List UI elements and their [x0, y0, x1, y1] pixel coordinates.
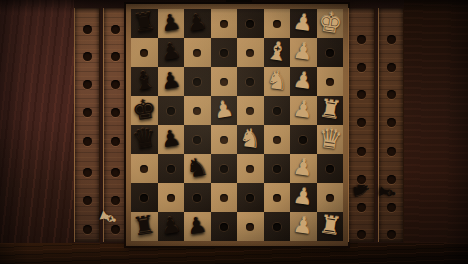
rail-strip: [74, 8, 100, 242]
square-r6-c2[interactable]: [158, 154, 185, 183]
rail-peg-hole: [357, 90, 366, 99]
peg-hole: [193, 194, 201, 202]
square-r5-c2[interactable]: ♟: [158, 125, 185, 154]
rail-peg-hole: [111, 25, 120, 34]
square-r7-c1[interactable]: [131, 183, 158, 212]
peg-hole: [220, 194, 228, 202]
rail-peg-hole: [83, 196, 92, 205]
square-r8-c8[interactable]: ♜: [317, 212, 344, 241]
square-r7-c8[interactable]: [317, 183, 344, 212]
peg-hole: [326, 165, 334, 173]
square-r5-c4[interactable]: [211, 125, 238, 154]
rail-strip: [348, 8, 375, 242]
rail-peg-hole: [83, 80, 92, 89]
peg-hole: [220, 165, 228, 173]
rail-peg-hole: [357, 147, 366, 156]
square-r2-c2[interactable]: ♟: [158, 38, 185, 67]
black-bishop[interactable]: ♝: [131, 66, 157, 94]
square-r6-c5[interactable]: [237, 154, 264, 183]
rail-peg-hole: [357, 118, 366, 127]
peg-hole: [326, 49, 334, 57]
square-r5-c6[interactable]: [264, 125, 291, 154]
rail-strip: [378, 8, 405, 242]
peg-hole: [246, 194, 254, 202]
right-storage-rail: [348, 8, 404, 242]
white-pawn[interactable]: ♟: [292, 213, 315, 238]
square-r1-c2[interactable]: ♟: [158, 9, 185, 38]
square-r6-c3[interactable]: ♞: [184, 154, 211, 183]
rail-peg-hole: [357, 63, 366, 72]
peg-hole: [246, 49, 254, 57]
black-knight[interactable]: ♞: [184, 153, 210, 181]
square-r8-c2[interactable]: ♟: [158, 212, 185, 241]
white-rook[interactable]: ♜: [317, 96, 343, 124]
peg-hole: [140, 194, 148, 202]
peg-hole: [273, 20, 281, 28]
square-r4-c5[interactable]: [237, 96, 264, 125]
square-r1-c4[interactable]: [211, 9, 238, 38]
peg-hole: [193, 49, 201, 57]
peg-hole: [246, 78, 254, 86]
rail-peg-hole: [387, 203, 396, 212]
peg-hole: [220, 20, 228, 28]
peg-hole: [220, 136, 228, 144]
rail-peg-hole: [387, 63, 396, 72]
rail-peg-hole: [83, 225, 92, 234]
black-pawn[interactable]: ♟: [159, 10, 182, 35]
square-r8-c6[interactable]: [264, 212, 291, 241]
travel-chess-set-photo: ♜♟♟♟♚♟♝♟♝♟♞♟♚♟♟♜♛♟♞♛♞♟♟♜♟♟♟♜ ♝♞♝: [0, 0, 468, 264]
square-r4-c3[interactable]: [184, 96, 211, 125]
square-r3-c6[interactable]: ♞: [264, 67, 291, 96]
black-pawn[interactable]: ♟: [186, 213, 209, 238]
square-r4-c2[interactable]: [158, 96, 185, 125]
white-king[interactable]: ♚: [316, 7, 344, 37]
white-rook[interactable]: ♜: [317, 212, 343, 240]
square-r5-c7[interactable]: [290, 125, 317, 154]
white-pawn[interactable]: ♟: [292, 97, 315, 122]
square-r6-c1[interactable]: [131, 154, 158, 183]
square-r1-c1[interactable]: ♜: [131, 9, 158, 38]
square-r8-c1[interactable]: ♜: [131, 212, 158, 241]
rail-peg-hole: [387, 90, 396, 99]
square-r5-c8[interactable]: ♛: [317, 125, 344, 154]
square-r3-c1[interactable]: ♝: [131, 67, 158, 96]
table-wood-left: [0, 0, 74, 264]
rail-peg-hole: [83, 168, 92, 177]
square-r1-c5[interactable]: [237, 9, 264, 38]
peg-hole: [167, 194, 175, 202]
rail-peg-hole: [111, 52, 120, 61]
board-frame: ♜♟♟♟♚♟♝♟♝♟♞♟♚♟♟♜♛♟♞♛♞♟♟♜♟♟♟♜: [126, 4, 348, 246]
rail-peg-hole: [111, 168, 120, 177]
peg-hole: [273, 107, 281, 115]
square-r3-c3[interactable]: [184, 67, 211, 96]
peg-hole: [273, 194, 281, 202]
rail-peg-hole: [111, 80, 120, 89]
rail-peg-hole: [83, 108, 92, 117]
square-r7-c7[interactable]: ♟: [290, 183, 317, 212]
peg-hole: [273, 136, 281, 144]
peg-hole: [246, 165, 254, 173]
rail-peg-hole: [387, 118, 396, 127]
square-r6-c7[interactable]: ♟: [290, 154, 317, 183]
rail-peg-hole: [357, 230, 366, 239]
square-r3-c2[interactable]: ♟: [158, 67, 185, 96]
square-r6-c6[interactable]: [264, 154, 291, 183]
rail-peg-hole: [111, 108, 120, 117]
black-queen[interactable]: ♛: [130, 123, 158, 153]
square-r1-c3[interactable]: ♟: [184, 9, 211, 38]
chess-board[interactable]: ♜♟♟♟♚♟♝♟♝♟♞♟♚♟♟♜♛♟♞♛♞♟♟♜♟♟♟♜: [131, 9, 343, 241]
square-r8-c4[interactable]: [211, 212, 238, 241]
square-r8-c3[interactable]: ♟: [184, 212, 211, 241]
square-r5-c3[interactable]: [184, 125, 211, 154]
square-r2-c5[interactable]: [237, 38, 264, 67]
black-rook[interactable]: ♜: [131, 8, 157, 36]
square-r7-c6[interactable]: [264, 183, 291, 212]
square-r3-c4[interactable]: [211, 67, 238, 96]
white-pawn[interactable]: ♟: [212, 97, 235, 122]
square-r7-c2[interactable]: [158, 183, 185, 212]
peg-hole: [193, 107, 201, 115]
square-r7-c4[interactable]: [211, 183, 238, 212]
white-pawn[interactable]: ♟: [292, 68, 315, 93]
peg-hole: [246, 20, 254, 28]
square-r1-c8[interactable]: ♚: [317, 9, 344, 38]
rail-peg-hole: [387, 230, 396, 239]
square-r2-c3[interactable]: [184, 38, 211, 67]
rail-peg-hole: [83, 137, 92, 146]
peg-hole: [220, 49, 228, 57]
table-wood-right: [404, 0, 468, 264]
captured-black-knight[interactable]: ♞: [349, 180, 372, 202]
rail-peg-hole: [387, 35, 396, 44]
square-r1-c6[interactable]: [264, 9, 291, 38]
white-queen[interactable]: ♛: [316, 123, 344, 153]
black-rook[interactable]: ♜: [131, 211, 157, 239]
square-r8-c5[interactable]: [237, 212, 264, 241]
white-bishop[interactable]: ♝: [264, 38, 290, 66]
square-r2-c7[interactable]: ♟: [290, 38, 317, 67]
peg-hole: [326, 194, 334, 202]
black-pawn[interactable]: ♟: [159, 39, 182, 64]
peg-hole: [220, 78, 228, 86]
table-wood-bottom: [0, 243, 468, 264]
square-r8-c7[interactable]: ♟: [290, 212, 317, 241]
rail-peg-hole: [357, 203, 366, 212]
peg-hole: [167, 165, 175, 173]
square-r2-c4[interactable]: [211, 38, 238, 67]
rail-peg-hole: [83, 52, 92, 61]
square-r3-c8[interactable]: [317, 67, 344, 96]
white-pawn[interactable]: ♟: [292, 10, 315, 35]
peg-hole: [193, 78, 201, 86]
square-r4-c4[interactable]: ♟: [211, 96, 238, 125]
black-king[interactable]: ♚: [130, 94, 158, 124]
square-r7-c3[interactable]: [184, 183, 211, 212]
black-pawn[interactable]: ♟: [186, 10, 209, 35]
peg-hole: [220, 223, 228, 231]
square-r2-c1[interactable]: [131, 38, 158, 67]
rail-peg-hole: [111, 196, 120, 205]
square-r5-c5[interactable]: ♞: [237, 125, 264, 154]
white-knight[interactable]: ♞: [238, 125, 264, 153]
peg-hole: [140, 49, 148, 57]
rail-peg-hole: [357, 35, 366, 44]
white-knight[interactable]: ♞: [264, 67, 290, 95]
captured-black-bishop[interactable]: ♝: [374, 181, 398, 203]
square-r7-c5[interactable]: [237, 183, 264, 212]
square-r2-c8[interactable]: [317, 38, 344, 67]
peg-hole: [326, 78, 334, 86]
square-r3-c5[interactable]: [237, 67, 264, 96]
peg-hole: [167, 107, 175, 115]
peg-hole: [273, 223, 281, 231]
peg-hole: [299, 136, 307, 144]
rail-peg-hole: [387, 147, 396, 156]
peg-hole: [140, 165, 148, 173]
square-r2-c6[interactable]: ♝: [264, 38, 291, 67]
rail-peg-hole: [83, 25, 92, 34]
rail-peg-hole: [111, 137, 120, 146]
square-r6-c4[interactable]: [211, 154, 238, 183]
peg-hole: [246, 107, 254, 115]
square-r4-c7[interactable]: ♟: [290, 96, 317, 125]
square-r3-c7[interactable]: ♟: [290, 67, 317, 96]
square-r4-c1[interactable]: ♚: [131, 96, 158, 125]
peg-hole: [246, 223, 254, 231]
square-r6-c8[interactable]: [317, 154, 344, 183]
peg-hole: [193, 136, 201, 144]
black-pawn[interactable]: ♟: [159, 213, 182, 238]
square-r5-c1[interactable]: ♛: [131, 125, 158, 154]
square-r4-c6[interactable]: [264, 96, 291, 125]
peg-hole: [273, 165, 281, 173]
white-pawn[interactable]: ♟: [292, 39, 315, 64]
white-pawn[interactable]: ♟: [292, 184, 315, 209]
black-pawn[interactable]: ♟: [159, 126, 182, 151]
square-r1-c7[interactable]: ♟: [290, 9, 317, 38]
black-pawn[interactable]: ♟: [159, 68, 182, 93]
white-pawn[interactable]: ♟: [292, 155, 315, 180]
